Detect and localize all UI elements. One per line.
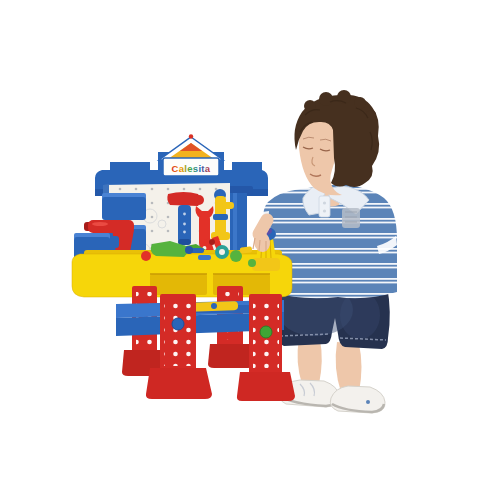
shoe-logo-dot	[366, 400, 370, 404]
photo-canvas: Calesita	[0, 0, 500, 500]
boy-right-sneaker	[330, 386, 385, 413]
hammer-handle-cap	[178, 239, 191, 245]
blue-knob	[172, 318, 184, 330]
stand-base	[252, 258, 280, 271]
chest-badge	[342, 208, 360, 228]
clamp-band	[213, 214, 228, 220]
tabletop-front-inset	[150, 274, 207, 295]
front-left-foot	[146, 368, 212, 399]
clamp-arm	[222, 202, 234, 209]
drill-highlight	[92, 222, 108, 226]
front-right-foot	[237, 372, 295, 401]
product-photo: Calesita	[0, 0, 500, 500]
hammer-claw	[194, 195, 204, 205]
column-highlight	[233, 193, 237, 256]
button-placket	[319, 196, 330, 217]
polo-button	[323, 201, 326, 204]
denim-wash	[340, 291, 380, 339]
green-bit	[248, 259, 256, 267]
boy-right-calf	[336, 342, 362, 392]
sign-brand-text: Calesita	[172, 163, 211, 174]
sign-top-knob	[189, 134, 193, 138]
leg-holes	[164, 300, 192, 366]
reaching-forearm	[259, 220, 267, 234]
back-right-foot	[208, 344, 254, 368]
polo-button	[323, 209, 326, 212]
storage-bin-top	[102, 193, 146, 220]
toy-screw	[198, 255, 211, 260]
pliers-joint	[209, 239, 215, 245]
green-knob	[260, 326, 272, 338]
red-knob-part	[141, 251, 151, 261]
